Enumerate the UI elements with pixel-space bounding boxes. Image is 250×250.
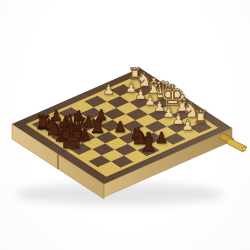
board-lighting [12, 68, 232, 184]
chess-set-photo [0, 0, 250, 250]
board-top [12, 68, 232, 184]
product-photo: ♜♞♝♛♚♝♞♜♟♟♟♟♟♟♟♟♜♞♝♚♟♟♛♟♟♟♜♟♟♞♝♟ [0, 0, 250, 250]
